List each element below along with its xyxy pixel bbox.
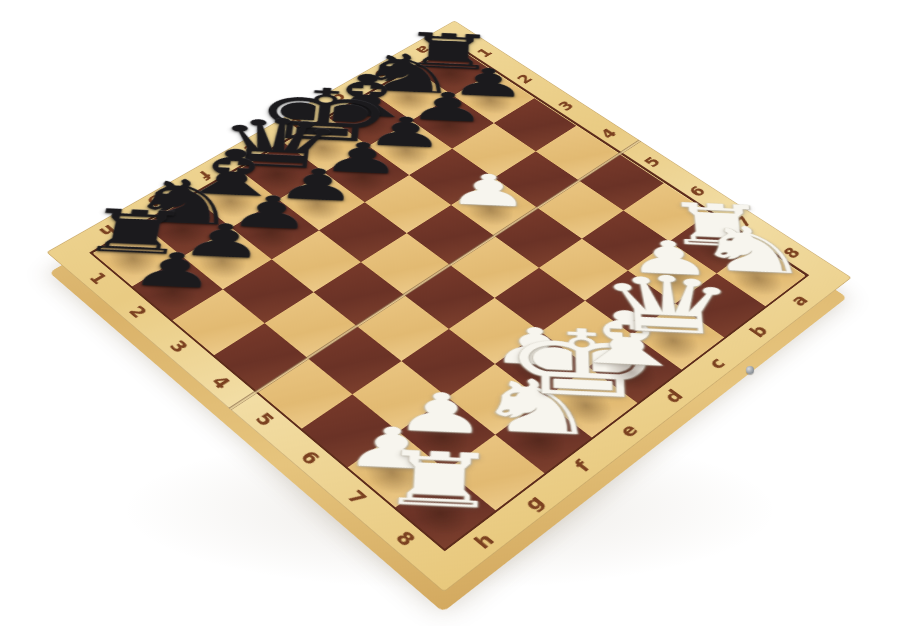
rank-label-5-far: 5 xyxy=(620,141,683,182)
hinge-screw xyxy=(746,366,754,374)
chess-board: 1122334455667788aabbccddeeffgghh ♜♞♝♚♛♝♞… xyxy=(46,20,852,592)
scene: 1122334455667788aabbccddeeffgghh ♜♞♝♚♛♝♞… xyxy=(0,0,900,626)
rank-label-4-far: 4 xyxy=(577,113,639,153)
